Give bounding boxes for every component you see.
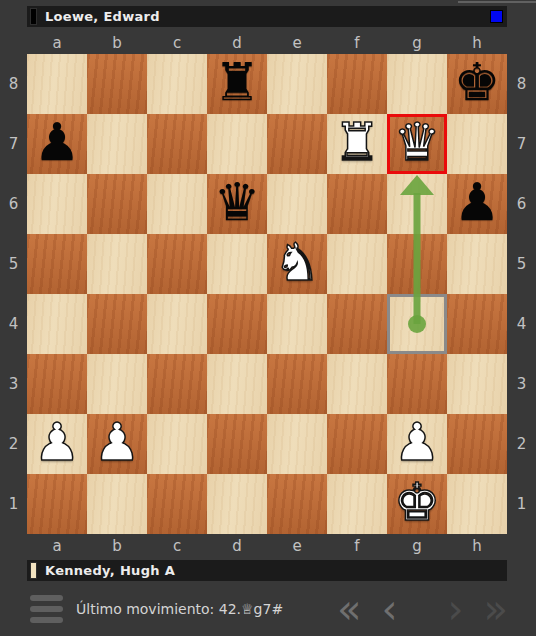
nav-first-button[interactable]: « xyxy=(335,589,363,629)
rank-label-5: 5 xyxy=(507,234,536,294)
file-label-g: g xyxy=(387,32,447,53)
white-knight: ♞ xyxy=(274,232,321,292)
nav-prev-button[interactable]: ‹ xyxy=(380,589,400,629)
bottom-player-bar: Kennedy, Hugh A xyxy=(27,560,507,581)
square-h2[interactable] xyxy=(447,414,507,474)
square-b6[interactable] xyxy=(87,174,147,234)
file-label-d: d xyxy=(207,32,267,53)
square-f6[interactable] xyxy=(327,174,387,234)
square-e3[interactable] xyxy=(267,354,327,414)
file-labels-bottom: abcdefgh xyxy=(27,535,507,556)
file-label-f: f xyxy=(327,535,387,556)
white-pawn: ♟ xyxy=(394,412,441,472)
square-a8[interactable] xyxy=(27,54,87,114)
black-pawn: ♟ xyxy=(454,172,501,232)
file-label-f: f xyxy=(327,32,387,53)
square-e7[interactable] xyxy=(267,114,327,174)
square-c2[interactable] xyxy=(147,414,207,474)
top-player-bar: Loewe, Edward xyxy=(27,6,507,27)
file-label-e: e xyxy=(267,32,327,53)
white-color-indicator xyxy=(30,562,37,579)
square-b3[interactable] xyxy=(87,354,147,414)
black-rook: ♜ xyxy=(214,52,261,112)
square-g2[interactable]: ♟ xyxy=(387,414,447,474)
square-a1[interactable] xyxy=(27,474,87,534)
rank-label-7: 7 xyxy=(0,114,27,174)
rank-label-2: 2 xyxy=(0,414,27,474)
square-f2[interactable] xyxy=(327,414,387,474)
square-e1[interactable] xyxy=(267,474,327,534)
file-label-g: g xyxy=(387,535,447,556)
square-h7[interactable] xyxy=(447,114,507,174)
black-queen: ♛ xyxy=(214,172,261,232)
square-d1[interactable] xyxy=(207,474,267,534)
window-edge-line xyxy=(458,1,536,3)
file-label-h: h xyxy=(447,535,507,556)
square-d5[interactable] xyxy=(207,234,267,294)
square-c5[interactable] xyxy=(147,234,207,294)
rank-labels-right: 87654321 xyxy=(507,54,536,534)
square-d3[interactable] xyxy=(207,354,267,414)
board: ♜♚♟♜♛♛♟♞♟♟♟♚ xyxy=(27,54,507,534)
square-f1[interactable] xyxy=(327,474,387,534)
file-label-c: c xyxy=(147,535,207,556)
square-e8[interactable] xyxy=(267,54,327,114)
top-player-name: Loewe, Edward xyxy=(45,9,160,24)
rank-label-8: 8 xyxy=(0,54,27,114)
rank-label-1: 1 xyxy=(0,474,27,534)
square-a6[interactable] xyxy=(27,174,87,234)
rank-label-5: 5 xyxy=(0,234,27,294)
file-label-c: c xyxy=(147,32,207,53)
square-f8[interactable] xyxy=(327,54,387,114)
square-a3[interactable] xyxy=(27,354,87,414)
square-b5[interactable] xyxy=(87,234,147,294)
square-h5[interactable] xyxy=(447,234,507,294)
square-f4[interactable] xyxy=(327,294,387,354)
rank-label-7: 7 xyxy=(507,114,536,174)
square-g8[interactable] xyxy=(387,54,447,114)
move-navigation: « ‹ › » xyxy=(335,581,510,636)
white-rook: ♜ xyxy=(334,112,381,172)
square-b8[interactable] xyxy=(87,54,147,114)
rank-label-3: 3 xyxy=(0,354,27,414)
blue-square-indicator xyxy=(490,10,503,23)
file-label-a: a xyxy=(27,32,87,53)
square-e2[interactable] xyxy=(267,414,327,474)
white-pawn: ♟ xyxy=(94,412,141,472)
square-e6[interactable] xyxy=(267,174,327,234)
file-label-a: a xyxy=(27,535,87,556)
black-pawn: ♟ xyxy=(34,112,81,172)
black-color-indicator xyxy=(30,8,37,25)
black-king: ♚ xyxy=(454,52,501,112)
rank-label-4: 4 xyxy=(507,294,536,354)
square-h1[interactable] xyxy=(447,474,507,534)
square-c4[interactable] xyxy=(147,294,207,354)
rank-labels-left: 87654321 xyxy=(0,54,27,534)
rank-label-2: 2 xyxy=(507,414,536,474)
rank-label-1: 1 xyxy=(507,474,536,534)
rank-label-6: 6 xyxy=(0,174,27,234)
square-b2[interactable]: ♟ xyxy=(87,414,147,474)
square-c1[interactable] xyxy=(147,474,207,534)
square-h4[interactable] xyxy=(447,294,507,354)
square-d7[interactable] xyxy=(207,114,267,174)
square-g6[interactable] xyxy=(387,174,447,234)
square-f7[interactable]: ♜ xyxy=(327,114,387,174)
square-a7[interactable]: ♟ xyxy=(27,114,87,174)
square-c6[interactable] xyxy=(147,174,207,234)
square-g5[interactable] xyxy=(387,234,447,294)
file-label-b: b xyxy=(87,535,147,556)
nav-next-button[interactable]: › xyxy=(446,589,466,629)
nav-last-button[interactable]: » xyxy=(482,589,510,629)
white-pawn: ♟ xyxy=(34,412,81,472)
file-label-h: h xyxy=(447,32,507,53)
file-label-b: b xyxy=(87,32,147,53)
square-b7[interactable] xyxy=(87,114,147,174)
white-king: ♚ xyxy=(394,472,441,532)
white-queen: ♛ xyxy=(394,112,441,172)
square-g3[interactable] xyxy=(387,354,447,414)
bottom-toolbar: Último movimiento: 42.♕g7# « ‹ › » xyxy=(0,581,536,636)
square-d6[interactable]: ♛ xyxy=(207,174,267,234)
square-d8[interactable]: ♜ xyxy=(207,54,267,114)
menu-icon[interactable] xyxy=(30,595,63,623)
square-h3[interactable] xyxy=(447,354,507,414)
square-e4[interactable] xyxy=(267,294,327,354)
square-e5[interactable]: ♞ xyxy=(267,234,327,294)
square-g1[interactable]: ♚ xyxy=(387,474,447,534)
square-d2[interactable] xyxy=(207,414,267,474)
square-d4[interactable] xyxy=(207,294,267,354)
file-label-e: e xyxy=(267,535,327,556)
square-a2[interactable]: ♟ xyxy=(27,414,87,474)
last-move-text: Último movimiento: 42.♕g7# xyxy=(76,601,283,617)
file-labels-top: abcdefgh xyxy=(27,32,507,53)
square-h6[interactable]: ♟ xyxy=(447,174,507,234)
square-a5[interactable] xyxy=(27,234,87,294)
bottom-player-name: Kennedy, Hugh A xyxy=(45,563,175,578)
square-b4[interactable] xyxy=(87,294,147,354)
square-b1[interactable] xyxy=(87,474,147,534)
square-c3[interactable] xyxy=(147,354,207,414)
rank-label-3: 3 xyxy=(507,354,536,414)
file-label-d: d xyxy=(207,535,267,556)
square-f3[interactable] xyxy=(327,354,387,414)
square-a4[interactable] xyxy=(27,294,87,354)
square-c8[interactable] xyxy=(147,54,207,114)
square-f5[interactable] xyxy=(327,234,387,294)
rank-label-4: 4 xyxy=(0,294,27,354)
square-g7[interactable]: ♛ xyxy=(387,114,447,174)
rank-label-8: 8 xyxy=(507,54,536,114)
square-g4[interactable] xyxy=(387,294,447,354)
rank-label-6: 6 xyxy=(507,174,536,234)
square-h8[interactable]: ♚ xyxy=(447,54,507,114)
square-c7[interactable] xyxy=(147,114,207,174)
